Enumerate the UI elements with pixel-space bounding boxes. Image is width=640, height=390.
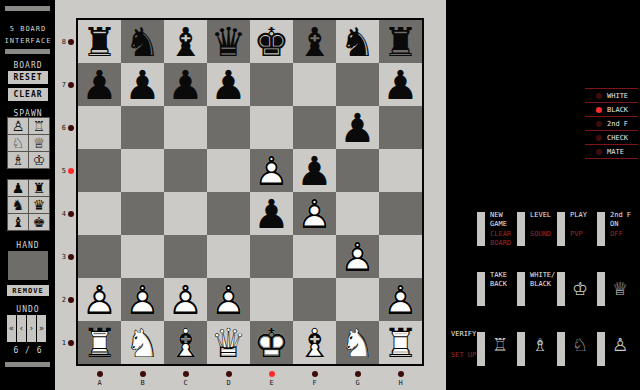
app-title-line1: 5 BOARD — [0, 25, 56, 33]
file-label-d: D — [223, 379, 235, 387]
undo-section-label: UNDO — [0, 305, 56, 314]
white-rook-icon: ♖ — [33, 119, 46, 133]
piece-black-bishop: ♝ — [164, 20, 207, 63]
piece-white-pawn: ♟♙ — [250, 149, 293, 192]
white-bishop-icon: ♗ — [12, 153, 25, 167]
square-c5[interactable] — [164, 149, 207, 192]
file-f-indicator — [312, 371, 318, 377]
piece-black-king: ♚ — [250, 20, 293, 63]
chess-board: ♜♞♝♛♚♝♞♜♟♟♟♟♟♟♟♙♟♟♟♙♟♙♟♙♟♙♟♙♟♙♟♙♜♖♞♘♝♗♛♕… — [76, 18, 424, 366]
square-h7[interactable]: ♟ — [379, 63, 422, 106]
undo-controls: «‹›» — [7, 315, 49, 342]
piece-black-pawn: ♟ — [164, 63, 207, 106]
led-white: WHITE — [585, 88, 638, 102]
white-pawn-icon: ♙ — [383, 280, 419, 320]
verify-label: VERIFY — [451, 330, 476, 339]
spawn-black-bishop[interactable]: ♝ — [8, 214, 28, 230]
bishop-button[interactable] — [517, 332, 525, 366]
black-pawn-icon: ♟ — [12, 181, 25, 195]
app-title-line2: INTERFACE — [0, 37, 56, 45]
white-rook-icon: ♖ — [383, 323, 419, 363]
square-b1[interactable]: ♞♘ — [121, 321, 164, 364]
file-b-indicator — [140, 371, 146, 377]
square-a2[interactable]: ♟♙ — [78, 278, 121, 321]
black-rook-icon: ♜ — [33, 181, 46, 195]
spawn-black-knight[interactable]: ♞ — [8, 197, 28, 213]
file-d-indicator — [226, 371, 232, 377]
square-f2[interactable] — [293, 278, 336, 321]
pawn-button[interactable] — [597, 332, 605, 366]
square-b3[interactable] — [121, 235, 164, 278]
piece-black-queen: ♛ — [207, 20, 250, 63]
piece-black-pawn: ♟ — [78, 63, 121, 106]
black-knight-icon: ♞ — [12, 198, 25, 212]
led-2nd-f: 2nd F — [585, 116, 638, 130]
hand-slot[interactable] — [8, 251, 48, 280]
piece-white-rook: ♜♖ — [379, 321, 422, 364]
square-e1[interactable]: ♚♔ — [250, 321, 293, 364]
spawn-white-queen[interactable]: ♕ — [29, 135, 49, 151]
square-c8[interactable]: ♝ — [164, 20, 207, 63]
square-g2[interactable] — [336, 278, 379, 321]
take-back-label: TAKE BACK — [490, 271, 507, 289]
led-white-dot — [596, 93, 602, 99]
undo-back-button[interactable]: ‹ — [17, 315, 26, 342]
piece-black-pawn: ♟ — [293, 149, 336, 192]
undo-jump-start-button[interactable]: « — [7, 315, 16, 342]
piece-black-pawn: ♟ — [336, 106, 379, 149]
square-g5[interactable] — [336, 149, 379, 192]
piece-white-pawn: ♟♙ — [336, 235, 379, 278]
piece-black-pawn: ♟ — [379, 63, 422, 106]
level-label: LEVEL — [530, 211, 551, 220]
led-mate-dot — [596, 149, 602, 155]
spawn-black-queen[interactable]: ♛ — [29, 197, 49, 213]
black-king-icon: ♚ — [254, 22, 290, 62]
clear-button[interactable]: CLEAR — [8, 88, 48, 101]
piece-black-rook: ♜ — [379, 20, 422, 63]
led-check: CHECK — [585, 130, 638, 144]
black-pawn-icon: ♟ — [82, 65, 118, 105]
square-h3[interactable] — [379, 235, 422, 278]
spawn-white-king[interactable]: ♔ — [29, 152, 49, 168]
piece-white-pawn: ♟♙ — [164, 278, 207, 321]
square-b4[interactable] — [121, 192, 164, 235]
white-queen-icon: ♕ — [211, 323, 247, 363]
white-king-icon: ♔ — [254, 323, 290, 363]
board-section-label: BOARD — [0, 61, 56, 70]
white-knight-icon: ♘ — [125, 323, 161, 363]
square-e4[interactable]: ♟ — [250, 192, 293, 235]
square-d5[interactable] — [207, 149, 250, 192]
square-e5[interactable]: ♟♙ — [250, 149, 293, 192]
piece-white-bishop: ♝♗ — [293, 321, 336, 364]
piece-white-rook: ♜♖ — [78, 321, 121, 364]
piece-white-knight: ♞♘ — [336, 321, 379, 364]
square-f3[interactable] — [293, 235, 336, 278]
undo-forward-button[interactable]: › — [27, 315, 36, 342]
square-h1[interactable]: ♜♖ — [379, 321, 422, 364]
square-d2[interactable]: ♟♙ — [207, 278, 250, 321]
white-bishop-icon: ♗ — [168, 323, 204, 363]
square-g3[interactable]: ♟♙ — [336, 235, 379, 278]
spawn-black-rook[interactable]: ♜ — [29, 180, 49, 196]
black-knight-icon: ♞ — [125, 22, 161, 62]
piece-black-knight: ♞ — [121, 20, 164, 63]
file-label-f: F — [309, 379, 321, 387]
rank-1-indicator — [68, 340, 74, 346]
led-2nd-f-dot — [596, 121, 602, 127]
pawn-icon: ♙ — [608, 332, 632, 358]
rank-2-indicator — [68, 297, 74, 303]
square-g8[interactable]: ♞ — [336, 20, 379, 63]
black-bishop-icon: ♝ — [12, 215, 25, 229]
undo-jump-end-button[interactable]: » — [37, 315, 46, 342]
square-d1[interactable]: ♛♕ — [207, 321, 250, 364]
rank-3-indicator — [68, 254, 74, 260]
black-knight-icon: ♞ — [340, 22, 376, 62]
white-pawn-icon: ♙ — [12, 119, 25, 133]
square-e2[interactable] — [250, 278, 293, 321]
white-black-button[interactable] — [517, 272, 525, 306]
second-function-secondary-label: OFF — [610, 230, 623, 239]
piece-black-knight: ♞ — [336, 20, 379, 63]
rank-label-1: 1 — [57, 339, 66, 347]
king-button[interactable] — [557, 272, 565, 306]
sidebar-top-rule — [5, 6, 50, 11]
black-pawn-icon: ♟ — [211, 65, 247, 105]
file-label-c: C — [180, 379, 192, 387]
square-b5[interactable] — [121, 149, 164, 192]
rank-label-4: 4 — [57, 210, 66, 218]
square-h8[interactable]: ♜ — [379, 20, 422, 63]
black-pawn-icon: ♟ — [168, 65, 204, 105]
black-pawn-icon: ♟ — [125, 65, 161, 105]
white-knight-icon: ♘ — [12, 136, 25, 150]
square-c6[interactable] — [164, 106, 207, 149]
file-label-h: H — [395, 379, 407, 387]
square-c1[interactable]: ♝♗ — [164, 321, 207, 364]
square-c2[interactable]: ♟♙ — [164, 278, 207, 321]
square-h6[interactable] — [379, 106, 422, 149]
new-game-label: NEW GAME — [490, 211, 507, 229]
square-h4[interactable] — [379, 192, 422, 235]
remove-button[interactable]: REMOVE — [7, 285, 49, 296]
square-d7[interactable]: ♟ — [207, 63, 250, 106]
new-game-button[interactable] — [477, 212, 485, 246]
black-king-icon: ♚ — [33, 215, 46, 229]
white-pawn-icon: ♙ — [340, 237, 376, 277]
white-pawn-icon: ♙ — [125, 280, 161, 320]
piece-white-pawn: ♟♙ — [379, 278, 422, 321]
square-e7[interactable] — [250, 63, 293, 106]
piece-black-rook: ♜ — [78, 20, 121, 63]
file-label-b: B — [137, 379, 149, 387]
piece-white-pawn: ♟♙ — [78, 278, 121, 321]
rank-label-3: 3 — [57, 253, 66, 261]
square-a5[interactable] — [78, 149, 121, 192]
square-g7[interactable] — [336, 63, 379, 106]
led-black-label: BLACK — [607, 106, 628, 114]
spawn-tray-white: ♙♖♘♕♗♔ — [7, 117, 50, 169]
file-a-indicator — [97, 371, 103, 377]
white-knight-icon: ♘ — [340, 323, 376, 363]
knight-icon: ♘ — [568, 332, 592, 358]
new-game-secondary-label: CLEAR BOARD — [490, 230, 511, 248]
black-bishop-icon: ♝ — [297, 22, 333, 62]
status-led-panel: WHITEBLACK2nd FCHECKMATE — [585, 88, 638, 159]
white-king-icon: ♔ — [33, 153, 46, 167]
play-secondary-label: PVP — [570, 230, 583, 239]
square-f5[interactable]: ♟ — [293, 149, 336, 192]
led-mate-label: MATE — [607, 148, 624, 156]
spawn-white-knight[interactable]: ♘ — [8, 135, 28, 151]
square-d6[interactable] — [207, 106, 250, 149]
black-rook-icon: ♜ — [82, 22, 118, 62]
square-f1[interactable]: ♝♗ — [293, 321, 336, 364]
square-f8[interactable]: ♝ — [293, 20, 336, 63]
white-queen-icon: ♕ — [33, 136, 46, 150]
square-e6[interactable] — [250, 106, 293, 149]
square-c4[interactable] — [164, 192, 207, 235]
black-bishop-icon: ♝ — [168, 22, 204, 62]
square-g6[interactable]: ♟ — [336, 106, 379, 149]
square-h5[interactable] — [379, 149, 422, 192]
spawn-black-king[interactable]: ♚ — [29, 214, 49, 230]
rank-label-5: 5 — [57, 167, 66, 175]
setup-label: SET UP — [451, 351, 476, 360]
rank-5-indicator — [68, 168, 74, 174]
second-function-label: 2nd F ON — [610, 211, 631, 229]
hand-section-label: HAND — [0, 241, 56, 250]
rank-8-indicator — [68, 39, 74, 45]
square-a6[interactable] — [78, 106, 121, 149]
square-f6[interactable] — [293, 106, 336, 149]
square-a1[interactable]: ♜♖ — [78, 321, 121, 364]
play-label: PLAY — [570, 211, 587, 220]
black-pawn-icon: ♟ — [297, 151, 333, 191]
square-d8[interactable]: ♛ — [207, 20, 250, 63]
piece-white-pawn: ♟♙ — [207, 278, 250, 321]
led-black-dot — [596, 107, 602, 113]
undo-counter: 6 / 6 — [0, 346, 56, 355]
piece-white-king: ♚♔ — [250, 321, 293, 364]
led-2nd-f-label: 2nd F — [607, 120, 628, 128]
square-d3[interactable] — [207, 235, 250, 278]
square-b7[interactable]: ♟ — [121, 63, 164, 106]
square-e3[interactable] — [250, 235, 293, 278]
rank-4-indicator — [68, 211, 74, 217]
rank-label-6: 6 — [57, 124, 66, 132]
square-a3[interactable] — [78, 235, 121, 278]
file-label-g: G — [352, 379, 364, 387]
led-black: BLACK — [585, 102, 638, 116]
spawn-black-pawn[interactable]: ♟ — [8, 180, 28, 196]
square-e8[interactable]: ♚ — [250, 20, 293, 63]
square-b8[interactable]: ♞ — [121, 20, 164, 63]
rank-label-2: 2 — [57, 296, 66, 304]
square-c3[interactable] — [164, 235, 207, 278]
white-black-label: WHITE/ BLACK — [530, 271, 555, 289]
sidebar-title-rule — [5, 49, 50, 54]
level-button[interactable] — [517, 212, 525, 246]
black-pawn-icon: ♟ — [254, 194, 290, 234]
square-a4[interactable] — [78, 192, 121, 235]
black-rook-icon: ♜ — [383, 22, 419, 62]
square-g4[interactable] — [336, 192, 379, 235]
black-pawn-icon: ♟ — [383, 65, 419, 105]
queen-icon: ♕ — [608, 276, 632, 302]
rook-icon: ♖ — [488, 332, 512, 358]
square-a8[interactable]: ♜ — [78, 20, 121, 63]
file-label-e: E — [266, 379, 278, 387]
rank-7-indicator — [68, 82, 74, 88]
white-pawn-icon: ♙ — [168, 280, 204, 320]
piece-white-queen: ♛♕ — [207, 321, 250, 364]
file-g-indicator — [355, 371, 361, 377]
square-a7[interactable]: ♟ — [78, 63, 121, 106]
black-queen-icon: ♛ — [211, 22, 247, 62]
piece-black-bishop: ♝ — [293, 20, 336, 63]
led-white-label: WHITE — [607, 92, 628, 100]
square-h2[interactable]: ♟♙ — [379, 278, 422, 321]
spawn-white-rook[interactable]: ♖ — [29, 118, 49, 134]
rank-label-8: 8 — [57, 38, 66, 46]
square-d4[interactable] — [207, 192, 250, 235]
piece-white-pawn: ♟♙ — [121, 278, 164, 321]
led-check-dot — [596, 135, 602, 141]
second-function-button[interactable] — [597, 212, 605, 246]
led-mate: MATE — [585, 144, 638, 159]
led-check-label: CHECK — [607, 134, 628, 142]
black-queen-icon: ♛ — [33, 198, 46, 212]
piece-white-bishop: ♝♗ — [164, 321, 207, 364]
white-pawn-icon: ♙ — [254, 151, 290, 191]
file-e-indicator — [269, 371, 275, 377]
white-bishop-icon: ♗ — [297, 323, 333, 363]
file-label-a: A — [94, 379, 106, 387]
white-rook-icon: ♖ — [82, 323, 118, 363]
white-pawn-icon: ♙ — [82, 280, 118, 320]
file-c-indicator — [183, 371, 189, 377]
square-b6[interactable] — [121, 106, 164, 149]
file-h-indicator — [398, 371, 404, 377]
rook-button[interactable] — [477, 332, 485, 366]
spawn-tray-black: ♟♜♞♛♝♚ — [7, 179, 50, 231]
rank-6-indicator — [68, 125, 74, 131]
square-c7[interactable]: ♟ — [164, 63, 207, 106]
play-button[interactable] — [557, 212, 565, 246]
square-f7[interactable] — [293, 63, 336, 106]
level-secondary-label: SOUND — [530, 230, 551, 239]
sidebar-bottom-rule — [5, 362, 50, 367]
piece-black-pawn: ♟ — [250, 192, 293, 235]
square-b2[interactable]: ♟♙ — [121, 278, 164, 321]
spawn-white-bishop[interactable]: ♗ — [8, 152, 28, 168]
piece-black-pawn: ♟ — [121, 63, 164, 106]
rank-label-7: 7 — [57, 81, 66, 89]
spawn-white-pawn[interactable]: ♙ — [8, 118, 28, 134]
king-icon: ♔ — [568, 276, 592, 302]
black-pawn-icon: ♟ — [340, 108, 376, 148]
square-f4[interactable]: ♟♙ — [293, 192, 336, 235]
bishop-icon: ♗ — [528, 332, 552, 358]
piece-black-pawn: ♟ — [207, 63, 250, 106]
piece-white-pawn: ♟♙ — [293, 192, 336, 235]
square-g1[interactable]: ♞♘ — [336, 321, 379, 364]
queen-button[interactable] — [597, 272, 605, 306]
white-pawn-icon: ♙ — [211, 280, 247, 320]
knight-button[interactable] — [557, 332, 565, 366]
white-pawn-icon: ♙ — [297, 194, 333, 234]
reset-button[interactable]: RESET — [8, 71, 48, 84]
take-back-button[interactable] — [477, 272, 485, 306]
piece-white-knight: ♞♘ — [121, 321, 164, 364]
